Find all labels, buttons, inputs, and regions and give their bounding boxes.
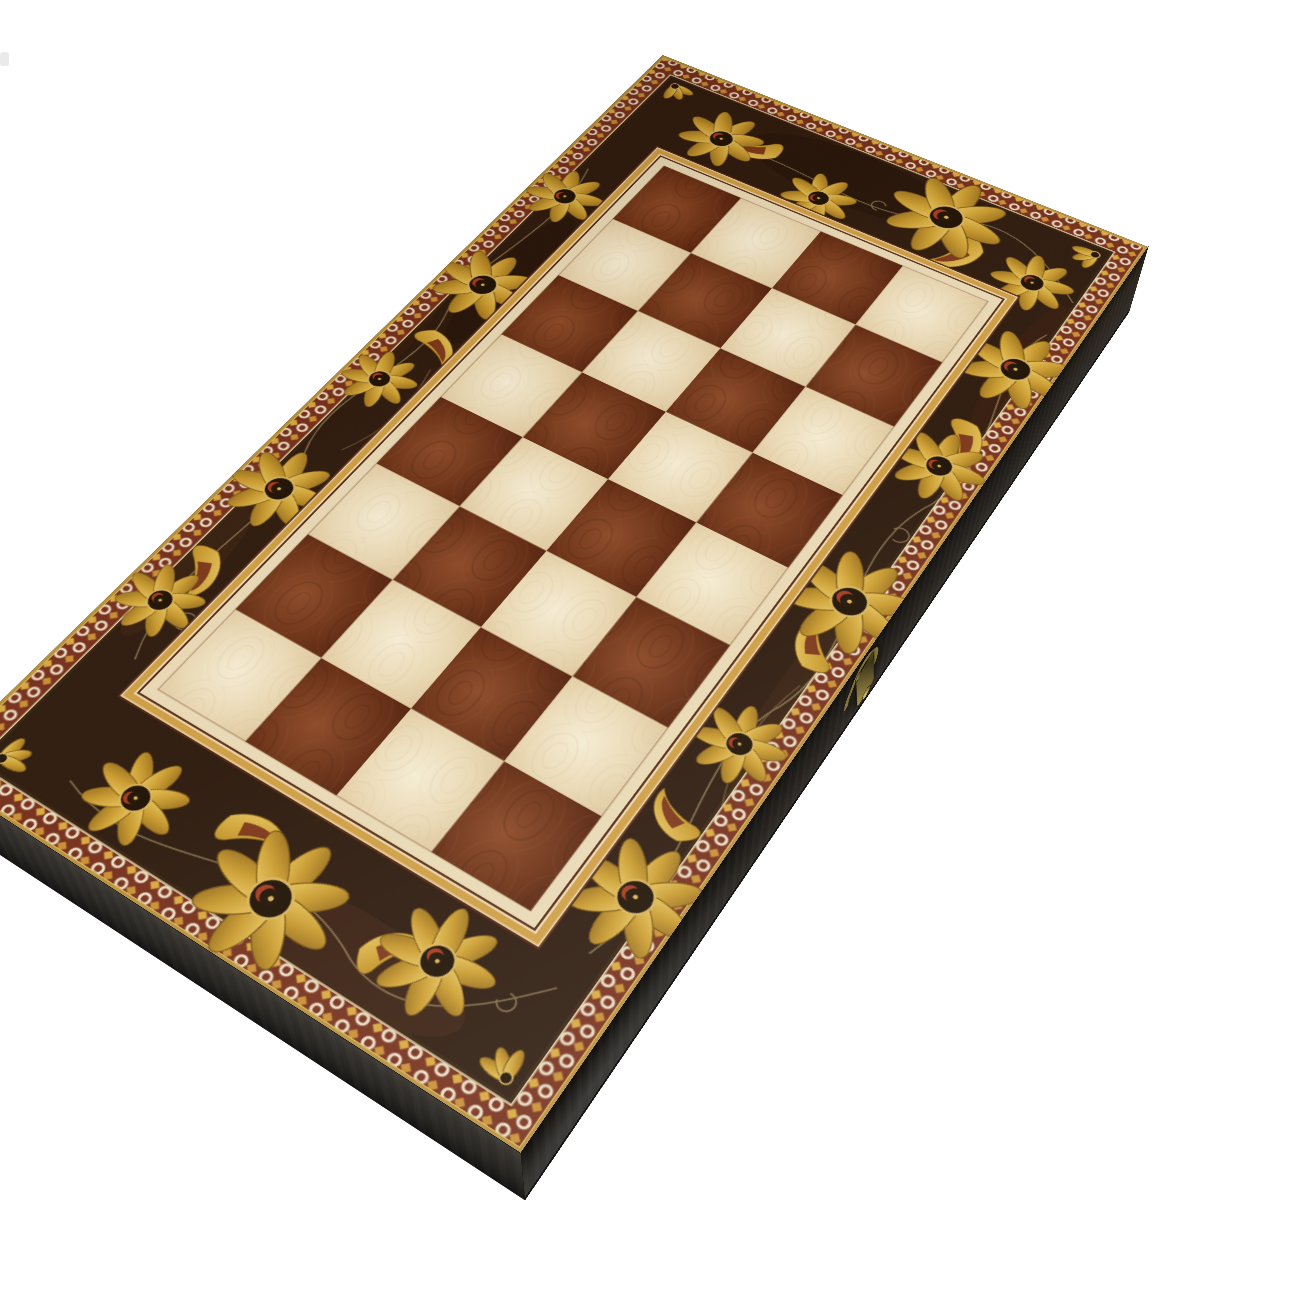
perspective-wrapper <box>0 0 1295 1295</box>
photo-glare-overlay <box>0 55 1148 1154</box>
box-lid-face <box>0 55 1148 1154</box>
lid-artwork <box>0 55 1148 1154</box>
game-box <box>0 120 1129 1200</box>
photo-scene <box>0 0 1295 1295</box>
